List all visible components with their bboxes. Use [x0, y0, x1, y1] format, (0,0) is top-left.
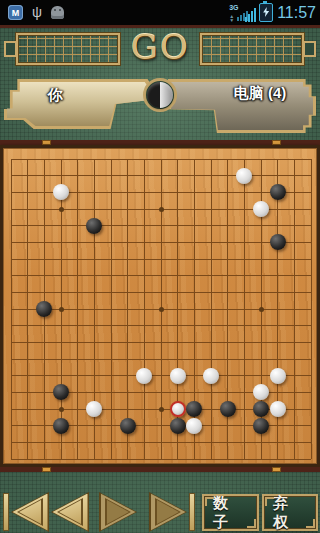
- signal-bars-sim2-icon: [245, 8, 256, 22]
- black-stone[interactable]: [53, 384, 69, 400]
- usb-icon: ψ: [32, 5, 42, 20]
- black-stone[interactable]: [253, 401, 269, 417]
- grid-line-horizontal: [11, 375, 311, 376]
- white-stone[interactable]: [186, 418, 202, 434]
- last-move-button[interactable]: [149, 492, 195, 532]
- grid-line-horizontal: [11, 442, 311, 443]
- data-traffic-arrows-icon: ▲▼: [229, 14, 234, 22]
- player-name-computer: 电脑 (4): [210, 84, 310, 103]
- first-move-button[interactable]: [3, 492, 49, 532]
- go-app-screen: M ψ 3G ▲▼ 11:57 GO 你 电脑 (4): [0, 0, 320, 533]
- grid-line-vertical: [294, 159, 295, 459]
- next-move-button[interactable]: [99, 492, 137, 532]
- black-stone[interactable]: [120, 418, 136, 434]
- status-bar: M ψ 3G ▲▼ 11:57: [0, 0, 320, 25]
- star-point: [159, 307, 164, 312]
- network-type-label: 3G: [229, 4, 238, 11]
- pass-resign-button[interactable]: 弃权: [262, 494, 318, 531]
- last-move-triangle-icon: [149, 492, 187, 532]
- grid-line-vertical: [311, 159, 312, 459]
- black-stone[interactable]: [86, 218, 102, 234]
- white-stone[interactable]: [253, 384, 269, 400]
- black-stone[interactable]: [270, 234, 286, 250]
- app-title: GO: [0, 27, 320, 67]
- star-point: [259, 307, 264, 312]
- black-stone[interactable]: [53, 418, 69, 434]
- white-stone[interactable]: [170, 368, 186, 384]
- grid-line-horizontal: [11, 325, 311, 326]
- black-stone[interactable]: [220, 401, 236, 417]
- white-stone[interactable]: [203, 368, 219, 384]
- grid-line-horizontal: [11, 342, 311, 343]
- black-stone[interactable]: [270, 184, 286, 200]
- m-badge-icon: M: [8, 5, 23, 20]
- grid-line-vertical: [211, 159, 212, 459]
- grid-line-horizontal: [11, 359, 311, 360]
- network-signal-icon: 3G ▲▼: [229, 4, 255, 22]
- black-stone[interactable]: [36, 301, 52, 317]
- white-stone[interactable]: [253, 201, 269, 217]
- white-stone[interactable]: [270, 401, 286, 417]
- android-icon: [51, 6, 64, 19]
- black-stone[interactable]: [186, 401, 202, 417]
- status-clock: 11:57: [277, 4, 316, 22]
- star-point: [159, 407, 164, 412]
- star-point: [59, 207, 64, 212]
- grid-line-horizontal: [11, 459, 311, 460]
- grid-line-vertical: [244, 159, 245, 459]
- goban-grid[interactable]: [11, 159, 311, 459]
- turn-indicator-stone-icon: [147, 82, 173, 108]
- prev-move-button[interactable]: [51, 492, 89, 532]
- battery-charging-icon: [259, 3, 273, 22]
- white-stone[interactable]: [270, 368, 286, 384]
- white-stone[interactable]: [136, 368, 152, 384]
- goban-board[interactable]: [0, 145, 320, 467]
- star-point: [59, 307, 64, 312]
- player-name-you: 你: [0, 86, 110, 105]
- star-point: [59, 407, 64, 412]
- board-bottom-trim: [0, 467, 320, 472]
- white-stone[interactable]: [86, 401, 102, 417]
- white-stone-last-move[interactable]: [170, 401, 186, 417]
- black-stone[interactable]: [170, 418, 186, 434]
- count-score-button[interactable]: 数子: [202, 494, 259, 531]
- white-stone[interactable]: [53, 184, 69, 200]
- star-point: [159, 207, 164, 212]
- first-move-triangle-icon: [11, 492, 49, 532]
- white-stone[interactable]: [236, 168, 252, 184]
- black-stone[interactable]: [253, 418, 269, 434]
- next-move-triangle-icon: [99, 492, 137, 532]
- prev-move-triangle-icon: [51, 492, 89, 532]
